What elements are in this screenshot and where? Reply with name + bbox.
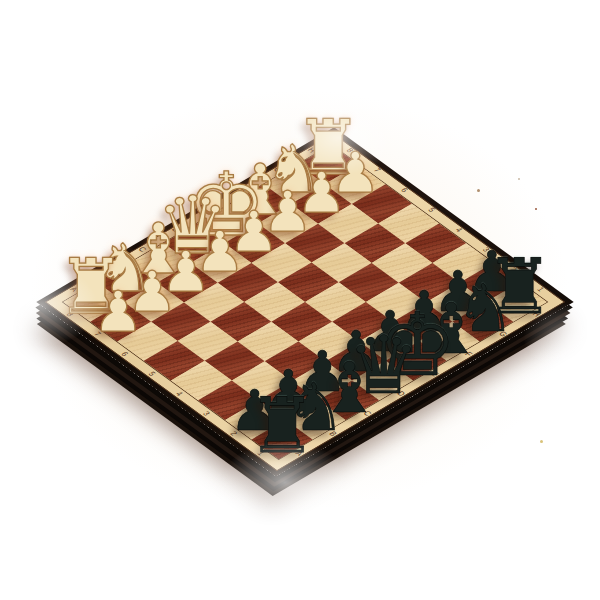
- photo-scene: HHGGFFEEDDCCBBAA8877665544332211 ♜♞♝♛♚♝♞…: [0, 0, 600, 600]
- piece-white-pawn-a7[interactable]: ♟: [93, 284, 143, 340]
- dust-speck-1: [477, 189, 480, 192]
- dust-speck-2: [518, 178, 520, 180]
- dust-speck-4: [540, 440, 543, 443]
- dust-speck-3: [535, 208, 537, 210]
- piece-black-rook-a1[interactable]: ♜: [248, 388, 316, 464]
